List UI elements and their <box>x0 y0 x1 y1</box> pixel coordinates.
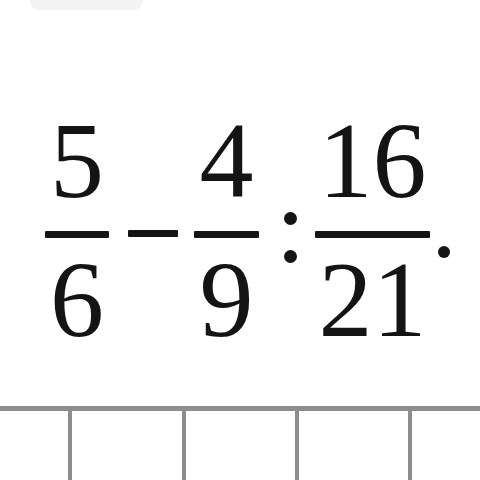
answer-cell[interactable] <box>186 411 299 480</box>
answer-cell[interactable] <box>299 411 412 480</box>
answer-grid <box>0 406 480 480</box>
fraction-4-9: 4 9 <box>194 107 259 354</box>
denominator: 9 <box>200 246 254 354</box>
division-colon-icon <box>284 212 297 263</box>
fraction-5-6: 5 6 <box>45 107 109 354</box>
colon-upper-dot <box>284 212 297 225</box>
fraction-bar <box>45 231 109 238</box>
fraction-bar <box>315 231 430 238</box>
minus-operator-icon <box>128 230 178 237</box>
period-dot <box>438 246 450 258</box>
answer-cell[interactable] <box>72 411 186 480</box>
answer-cell[interactable] <box>0 411 72 480</box>
answer-cell[interactable] <box>412 411 480 480</box>
colon-lower-dot <box>284 250 297 263</box>
fraction-16-21: 16 21 <box>315 107 430 354</box>
denominator: 21 <box>319 246 427 354</box>
fraction-bar <box>194 231 259 238</box>
expression: 5 6 4 9 16 21 <box>0 0 480 406</box>
numerator: 5 <box>50 107 104 215</box>
denominator: 6 <box>50 246 104 354</box>
numerator: 4 <box>200 107 254 215</box>
math-problem-screen: 5 6 4 9 16 21 <box>0 0 480 480</box>
numerator: 16 <box>319 107 427 215</box>
